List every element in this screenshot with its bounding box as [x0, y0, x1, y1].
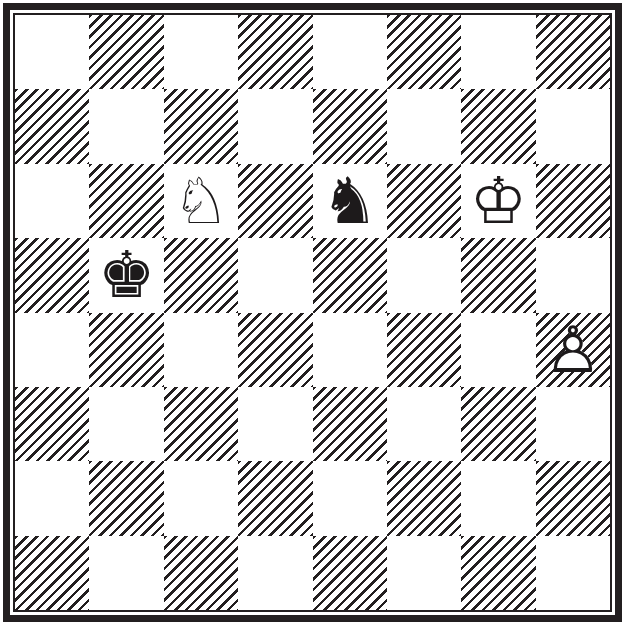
square-d3[interactable]	[238, 387, 312, 461]
square-g1[interactable]	[461, 536, 535, 610]
square-d5[interactable]	[238, 238, 312, 312]
square-f7[interactable]	[387, 89, 461, 163]
square-b8[interactable]	[89, 15, 163, 89]
square-f3[interactable]	[387, 387, 461, 461]
white-knight[interactable]: ♞♘	[164, 164, 238, 238]
square-e4[interactable]	[313, 313, 387, 387]
white-pawn[interactable]: ♟♙	[536, 313, 610, 387]
square-c1[interactable]	[164, 536, 238, 610]
square-c7[interactable]	[164, 89, 238, 163]
square-a1[interactable]	[15, 536, 89, 610]
square-e5[interactable]	[313, 238, 387, 312]
square-a7[interactable]	[15, 89, 89, 163]
square-c5[interactable]	[164, 238, 238, 312]
square-g4[interactable]	[461, 313, 535, 387]
white-king[interactable]: ♚♔	[461, 164, 535, 238]
square-f8[interactable]	[387, 15, 461, 89]
square-d8[interactable]	[238, 15, 312, 89]
square-g6[interactable]: ♚♔	[461, 164, 535, 238]
board-outer-frame: ♞♘♞♚♔♚♟♙	[3, 3, 622, 622]
square-g2[interactable]	[461, 461, 535, 535]
square-f2[interactable]	[387, 461, 461, 535]
square-c3[interactable]	[164, 387, 238, 461]
square-b4[interactable]	[89, 313, 163, 387]
square-b6[interactable]	[89, 164, 163, 238]
square-h3[interactable]	[536, 387, 610, 461]
square-c8[interactable]	[164, 15, 238, 89]
square-h2[interactable]	[536, 461, 610, 535]
square-d4[interactable]	[238, 313, 312, 387]
square-f6[interactable]	[387, 164, 461, 238]
square-h6[interactable]	[536, 164, 610, 238]
square-g7[interactable]	[461, 89, 535, 163]
square-b3[interactable]	[89, 387, 163, 461]
square-h5[interactable]	[536, 238, 610, 312]
square-d2[interactable]	[238, 461, 312, 535]
chess-diagram: ♞♘♞♚♔♚♟♙	[0, 0, 625, 625]
square-f4[interactable]	[387, 313, 461, 387]
square-d6[interactable]	[238, 164, 312, 238]
white-knight-glyph: ♘	[164, 164, 238, 238]
square-a3[interactable]	[15, 387, 89, 461]
square-e6[interactable]: ♞	[313, 164, 387, 238]
square-b1[interactable]	[89, 536, 163, 610]
square-h8[interactable]	[536, 15, 610, 89]
white-pawn-glyph: ♙	[536, 313, 610, 387]
square-g5[interactable]	[461, 238, 535, 312]
square-a2[interactable]	[15, 461, 89, 535]
square-e8[interactable]	[313, 15, 387, 89]
square-b7[interactable]	[89, 89, 163, 163]
square-a6[interactable]	[15, 164, 89, 238]
board-inner-frame: ♞♘♞♚♔♚♟♙	[13, 13, 612, 612]
square-a8[interactable]	[15, 15, 89, 89]
square-h4[interactable]: ♟♙	[536, 313, 610, 387]
square-f1[interactable]	[387, 536, 461, 610]
square-e1[interactable]	[313, 536, 387, 610]
square-b2[interactable]	[89, 461, 163, 535]
white-king-glyph: ♔	[461, 164, 535, 238]
square-h1[interactable]	[536, 536, 610, 610]
black-knight[interactable]: ♞	[313, 164, 387, 238]
square-c2[interactable]	[164, 461, 238, 535]
square-h7[interactable]	[536, 89, 610, 163]
square-f5[interactable]	[387, 238, 461, 312]
square-d7[interactable]	[238, 89, 312, 163]
square-b5[interactable]: ♚	[89, 238, 163, 312]
square-a4[interactable]	[15, 313, 89, 387]
square-e7[interactable]	[313, 89, 387, 163]
square-g3[interactable]	[461, 387, 535, 461]
square-d1[interactable]	[238, 536, 312, 610]
square-g8[interactable]	[461, 15, 535, 89]
black-king[interactable]: ♚	[89, 238, 163, 312]
square-a5[interactable]	[15, 238, 89, 312]
chess-board: ♞♘♞♚♔♚♟♙	[15, 15, 610, 610]
square-c4[interactable]	[164, 313, 238, 387]
square-e2[interactable]	[313, 461, 387, 535]
square-e3[interactable]	[313, 387, 387, 461]
square-c6[interactable]: ♞♘	[164, 164, 238, 238]
